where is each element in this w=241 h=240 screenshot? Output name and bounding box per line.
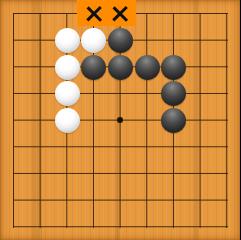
intersection-A5[interactable] (1, 107, 28, 134)
intersection-F5[interactable] (134, 107, 161, 134)
intersection-J2[interactable] (214, 187, 240, 214)
intersection-F1[interactable] (134, 214, 161, 240)
intersection-F6[interactable] (134, 80, 161, 107)
intersection-E1[interactable] (107, 214, 134, 240)
intersection-C8[interactable] (54, 27, 81, 54)
intersection-E8[interactable] (107, 27, 134, 54)
intersection-G7[interactable] (160, 54, 187, 81)
intersection-A1[interactable] (1, 214, 28, 240)
intersection-H7[interactable] (187, 54, 214, 81)
black-stone (81, 55, 106, 80)
intersection-A8[interactable] (1, 27, 28, 54)
intersection-B9[interactable] (27, 1, 54, 28)
intersection-C3[interactable] (54, 160, 81, 187)
white-stone (55, 28, 80, 53)
white-stone (55, 81, 80, 106)
intersection-J7[interactable] (214, 54, 240, 81)
intersection-G9[interactable] (160, 1, 187, 28)
black-stone (161, 55, 186, 80)
intersection-E2[interactable] (107, 187, 134, 214)
intersection-H6[interactable] (187, 80, 214, 107)
intersection-H4[interactable] (187, 134, 214, 161)
intersection-F7[interactable] (134, 54, 161, 81)
intersection-B7[interactable] (27, 54, 54, 81)
star-point (117, 117, 123, 123)
black-stone (108, 28, 133, 53)
intersection-D3[interactable] (80, 160, 107, 187)
intersection-B5[interactable] (27, 107, 54, 134)
intersection-C5[interactable] (54, 107, 81, 134)
intersection-C1[interactable] (54, 214, 81, 240)
intersection-H2[interactable] (187, 187, 214, 214)
go-app-screen (0, 0, 240, 240)
intersection-B4[interactable] (27, 134, 54, 161)
black-stone (108, 55, 133, 80)
intersection-D9[interactable] (80, 1, 107, 28)
intersection-J6[interactable] (214, 80, 240, 107)
intersection-E9[interactable] (107, 1, 134, 28)
intersection-F8[interactable] (134, 27, 161, 54)
intersection-G5[interactable] (160, 107, 187, 134)
x-mark-icon (112, 6, 128, 22)
black-stone (161, 81, 186, 106)
intersection-D4[interactable] (80, 134, 107, 161)
intersection-A3[interactable] (1, 160, 28, 187)
intersection-C7[interactable] (54, 54, 81, 81)
intersection-D7[interactable] (80, 54, 107, 81)
board-intersections (1, 1, 241, 240)
intersection-E3[interactable] (107, 160, 134, 187)
intersection-J8[interactable] (214, 27, 240, 54)
intersection-B8[interactable] (27, 27, 54, 54)
black-stone (161, 108, 186, 133)
white-stone (81, 28, 106, 53)
intersection-G6[interactable] (160, 80, 187, 107)
intersection-F3[interactable] (134, 160, 161, 187)
x-mark-icon (86, 6, 102, 22)
intersection-J1[interactable] (214, 214, 240, 240)
intersection-H8[interactable] (187, 27, 214, 54)
intersection-A2[interactable] (1, 187, 28, 214)
intersection-D1[interactable] (80, 214, 107, 240)
intersection-A6[interactable] (1, 80, 28, 107)
go-board (0, 0, 240, 240)
intersection-J9[interactable] (214, 1, 240, 28)
intersection-E5[interactable] (107, 107, 134, 134)
intersection-C2[interactable] (54, 187, 81, 214)
intersection-C9[interactable] (54, 1, 81, 28)
intersection-H1[interactable] (187, 214, 214, 240)
intersection-E4[interactable] (107, 134, 134, 161)
intersection-D5[interactable] (80, 107, 107, 134)
white-stone (55, 55, 80, 80)
intersection-F9[interactable] (134, 1, 161, 28)
intersection-C6[interactable] (54, 80, 81, 107)
intersection-A9[interactable] (1, 1, 28, 28)
intersection-J3[interactable] (214, 160, 240, 187)
intersection-H5[interactable] (187, 107, 214, 134)
intersection-C4[interactable] (54, 134, 81, 161)
intersection-B2[interactable] (27, 187, 54, 214)
intersection-J4[interactable] (214, 134, 240, 161)
intersection-B1[interactable] (27, 214, 54, 240)
intersection-H3[interactable] (187, 160, 214, 187)
intersection-G1[interactable] (160, 214, 187, 240)
intersection-F2[interactable] (134, 187, 161, 214)
intersection-B3[interactable] (27, 160, 54, 187)
intersection-G4[interactable] (160, 134, 187, 161)
intersection-A7[interactable] (1, 54, 28, 81)
intersection-G2[interactable] (160, 187, 187, 214)
intersection-D6[interactable] (80, 80, 107, 107)
white-stone (55, 108, 80, 133)
intersection-B6[interactable] (27, 80, 54, 107)
intersection-G3[interactable] (160, 160, 187, 187)
intersection-F4[interactable] (134, 134, 161, 161)
intersection-D2[interactable] (80, 187, 107, 214)
intersection-J5[interactable] (214, 107, 240, 134)
intersection-E7[interactable] (107, 54, 134, 81)
intersection-A4[interactable] (1, 134, 28, 161)
intersection-G8[interactable] (160, 27, 187, 54)
black-stone (135, 55, 160, 80)
intersection-D8[interactable] (80, 27, 107, 54)
intersection-H9[interactable] (187, 1, 214, 28)
intersection-E6[interactable] (107, 80, 134, 107)
